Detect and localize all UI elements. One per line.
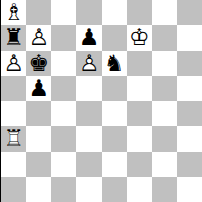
square-g3[interactable] bbox=[152, 126, 177, 151]
square-g7[interactable] bbox=[152, 25, 177, 50]
black-rook-icon: ♜ bbox=[1, 25, 26, 50]
square-e5[interactable] bbox=[102, 76, 127, 101]
square-a4[interactable] bbox=[1, 101, 26, 126]
square-h6[interactable] bbox=[177, 51, 202, 76]
square-f2[interactable] bbox=[127, 152, 152, 177]
white-king-icon: ♔ bbox=[127, 25, 152, 50]
square-c5[interactable] bbox=[51, 76, 76, 101]
square-b2[interactable] bbox=[26, 152, 51, 177]
square-a2[interactable] bbox=[1, 152, 26, 177]
square-e6[interactable]: ♞ bbox=[102, 51, 127, 76]
white-pawn-icon: ♙ bbox=[26, 25, 51, 50]
square-e2[interactable] bbox=[102, 152, 127, 177]
square-e3[interactable] bbox=[102, 126, 127, 151]
square-c1[interactable] bbox=[51, 177, 76, 202]
square-e1[interactable] bbox=[102, 177, 127, 202]
square-c2[interactable] bbox=[51, 152, 76, 177]
black-king-icon: ♚ bbox=[26, 51, 51, 76]
square-b1[interactable] bbox=[26, 177, 51, 202]
square-g4[interactable] bbox=[152, 101, 177, 126]
square-g6[interactable] bbox=[152, 51, 177, 76]
white-bishop-icon: ♗ bbox=[1, 0, 26, 25]
square-f4[interactable] bbox=[127, 101, 152, 126]
square-h1[interactable] bbox=[177, 177, 202, 202]
square-f8[interactable] bbox=[127, 0, 152, 25]
square-d1[interactable] bbox=[76, 177, 101, 202]
square-d5[interactable] bbox=[76, 76, 101, 101]
square-g2[interactable] bbox=[152, 152, 177, 177]
square-h3[interactable] bbox=[177, 126, 202, 151]
square-b3[interactable] bbox=[26, 126, 51, 151]
square-f7[interactable]: ♚♔ bbox=[127, 25, 152, 50]
square-f3[interactable] bbox=[127, 126, 152, 151]
white-rook[interactable]: ♜♖ bbox=[1, 126, 26, 151]
square-g5[interactable] bbox=[152, 76, 177, 101]
square-c6[interactable] bbox=[51, 51, 76, 76]
square-d6[interactable]: ♟♙ bbox=[76, 51, 101, 76]
square-a8[interactable]: ♝♗ bbox=[1, 0, 26, 25]
square-b8[interactable] bbox=[26, 0, 51, 25]
square-e8[interactable] bbox=[102, 0, 127, 25]
square-c3[interactable] bbox=[51, 126, 76, 151]
square-a5[interactable] bbox=[1, 76, 26, 101]
black-knight[interactable]: ♞ bbox=[102, 51, 127, 76]
square-d3[interactable] bbox=[76, 126, 101, 151]
square-h8[interactable] bbox=[177, 0, 202, 25]
square-h7[interactable] bbox=[177, 25, 202, 50]
square-b4[interactable] bbox=[26, 101, 51, 126]
square-g8[interactable] bbox=[152, 0, 177, 25]
square-d2[interactable] bbox=[76, 152, 101, 177]
square-b6[interactable]: ♚ bbox=[26, 51, 51, 76]
white-pawn[interactable]: ♟♙ bbox=[76, 51, 101, 76]
square-e7[interactable] bbox=[102, 25, 127, 50]
black-pawn[interactable]: ♟ bbox=[76, 25, 101, 50]
square-c7[interactable] bbox=[51, 25, 76, 50]
square-h5[interactable] bbox=[177, 76, 202, 101]
square-e4[interactable] bbox=[102, 101, 127, 126]
white-rook-icon: ♖ bbox=[1, 126, 26, 151]
black-knight-icon: ♞ bbox=[102, 51, 127, 76]
square-b7[interactable]: ♟♙ bbox=[26, 25, 51, 50]
white-pawn-icon: ♙ bbox=[1, 51, 26, 76]
square-g1[interactable] bbox=[152, 177, 177, 202]
white-pawn-icon: ♙ bbox=[76, 51, 101, 76]
square-a7[interactable]: ♜ bbox=[1, 25, 26, 50]
square-h2[interactable] bbox=[177, 152, 202, 177]
black-pawn-icon: ♟ bbox=[26, 76, 51, 101]
square-f6[interactable] bbox=[127, 51, 152, 76]
square-d8[interactable] bbox=[76, 0, 101, 25]
black-rook[interactable]: ♜ bbox=[1, 25, 26, 50]
square-h4[interactable] bbox=[177, 101, 202, 126]
white-bishop[interactable]: ♝♗ bbox=[1, 0, 26, 25]
square-a6[interactable]: ♟♙ bbox=[1, 51, 26, 76]
square-c8[interactable] bbox=[51, 0, 76, 25]
black-king[interactable]: ♚ bbox=[26, 51, 51, 76]
square-a3[interactable]: ♜♖ bbox=[1, 126, 26, 151]
white-pawn[interactable]: ♟♙ bbox=[26, 25, 51, 50]
black-pawn-icon: ♟ bbox=[76, 25, 101, 50]
square-a1[interactable] bbox=[1, 177, 26, 202]
square-f1[interactable] bbox=[127, 177, 152, 202]
square-b5[interactable]: ♟ bbox=[26, 76, 51, 101]
square-f5[interactable] bbox=[127, 76, 152, 101]
square-d7[interactable]: ♟ bbox=[76, 25, 101, 50]
square-c4[interactable] bbox=[51, 101, 76, 126]
black-pawn[interactable]: ♟ bbox=[26, 76, 51, 101]
white-pawn[interactable]: ♟♙ bbox=[1, 51, 26, 76]
chess-board: ♝♗♜♟♙♟♚♔♟♙♚♟♙♞♟♜♖ bbox=[0, 0, 202, 202]
white-king[interactable]: ♚♔ bbox=[127, 25, 152, 50]
square-d4[interactable] bbox=[76, 101, 101, 126]
